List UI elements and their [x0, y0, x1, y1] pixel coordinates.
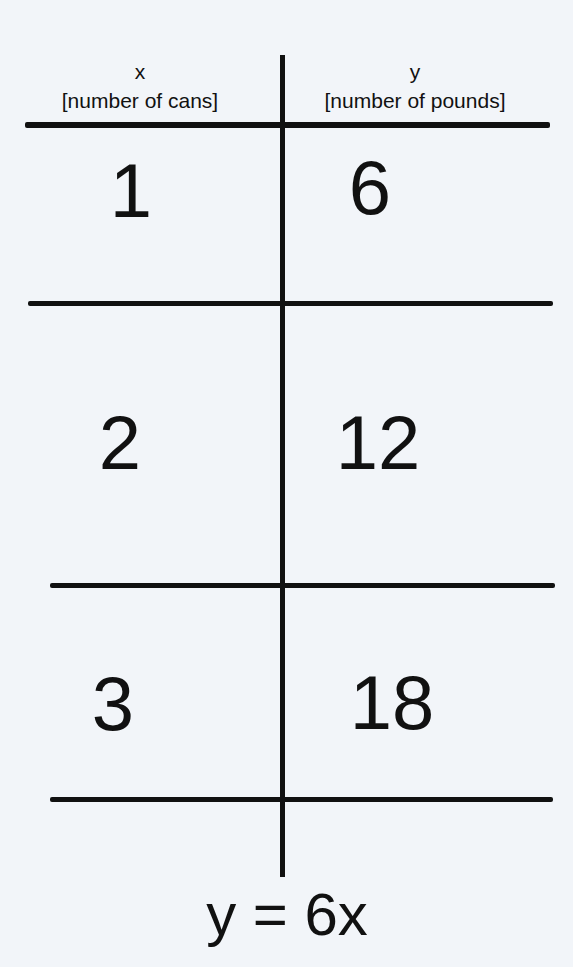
row-divider-line-3: [50, 797, 553, 802]
equation-label: y = 6x: [206, 885, 368, 945]
row-divider-line-2: [50, 583, 555, 588]
header-x-unit: [number of cans]: [0, 86, 280, 115]
header-y-unit: [number of pounds]: [285, 86, 545, 115]
cell-row3-y: 18: [350, 665, 435, 741]
function-table: x [number of cans] y [number of pounds] …: [0, 0, 573, 967]
row-divider-line-1: [28, 301, 553, 306]
cell-row2-x: 2: [99, 405, 141, 481]
cell-row2-y: 12: [336, 405, 421, 481]
cell-row1-y: 6: [349, 150, 391, 226]
column-header-y: y [number of pounds]: [285, 57, 573, 115]
column-header-x: x [number of cans]: [0, 57, 280, 115]
header-divider-line: [25, 122, 550, 128]
cell-row3-x: 3: [92, 666, 134, 742]
header-x-variable: x: [0, 57, 280, 86]
cell-row1-x: 1: [110, 153, 152, 229]
header-y-variable: y: [285, 57, 545, 86]
column-divider-line: [280, 55, 285, 877]
